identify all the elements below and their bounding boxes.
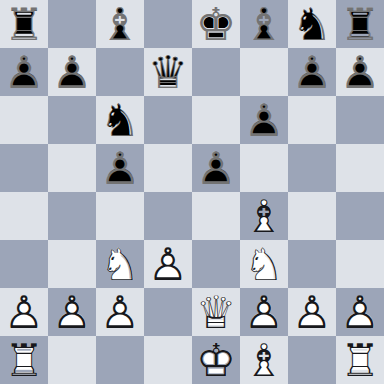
square-e1[interactable]: ♚♔: [192, 336, 240, 384]
square-e7[interactable]: [192, 48, 240, 96]
square-b6[interactable]: [48, 96, 96, 144]
piece-fill-glyph: ♟: [144, 240, 192, 288]
piece-fill-glyph: ♜: [336, 336, 384, 384]
piece-outline-glyph: ♙: [96, 288, 144, 336]
piece-outline-glyph: ♙: [192, 144, 240, 192]
white-queen[interactable]: ♛♕: [192, 288, 240, 336]
square-d5[interactable]: [144, 144, 192, 192]
piece-fill-glyph: ♜: [0, 0, 48, 48]
square-h3[interactable]: [336, 240, 384, 288]
white-rook[interactable]: ♜♖: [336, 336, 384, 384]
square-e6[interactable]: [192, 96, 240, 144]
square-a2[interactable]: ♟♙: [0, 288, 48, 336]
black-pawn[interactable]: ♟♙: [336, 48, 384, 96]
black-queen[interactable]: ♛♕: [144, 48, 192, 96]
square-c7[interactable]: [96, 48, 144, 96]
piece-fill-glyph: ♟: [240, 288, 288, 336]
square-h2[interactable]: ♟♙: [336, 288, 384, 336]
piece-outline-glyph: ♙: [288, 288, 336, 336]
piece-outline-glyph: ♔: [192, 0, 240, 48]
square-d2[interactable]: [144, 288, 192, 336]
square-g3[interactable]: [288, 240, 336, 288]
square-b7[interactable]: ♟♙: [48, 48, 96, 96]
black-bishop[interactable]: ♝♗: [240, 0, 288, 48]
piece-outline-glyph: ♘: [240, 240, 288, 288]
chess-board[interactable]: ♜♖♝♗♚♔♝♗♞♘♜♖♟♙♟♙♛♕♟♙♟♙♞♘♟♙♟♙♟♙♝♗♞♘♟♙♞♘♟♙…: [0, 0, 384, 384]
white-pawn[interactable]: ♟♙: [336, 288, 384, 336]
piece-outline-glyph: ♔: [192, 336, 240, 384]
white-pawn[interactable]: ♟♙: [96, 288, 144, 336]
black-pawn[interactable]: ♟♙: [48, 48, 96, 96]
square-a1[interactable]: ♜♖: [0, 336, 48, 384]
piece-outline-glyph: ♖: [336, 0, 384, 48]
white-bishop[interactable]: ♝♗: [240, 336, 288, 384]
square-g4[interactable]: [288, 192, 336, 240]
piece-fill-glyph: ♟: [288, 288, 336, 336]
square-c8[interactable]: ♝♗: [96, 0, 144, 48]
black-rook[interactable]: ♜♖: [336, 0, 384, 48]
piece-fill-glyph: ♞: [96, 96, 144, 144]
white-king[interactable]: ♚♔: [192, 336, 240, 384]
square-g7[interactable]: ♟♙: [288, 48, 336, 96]
square-h1[interactable]: ♜♖: [336, 336, 384, 384]
square-b4[interactable]: [48, 192, 96, 240]
piece-outline-glyph: ♘: [96, 240, 144, 288]
piece-fill-glyph: ♛: [144, 48, 192, 96]
piece-fill-glyph: ♟: [96, 288, 144, 336]
square-d6[interactable]: [144, 96, 192, 144]
piece-outline-glyph: ♙: [0, 48, 48, 96]
white-pawn[interactable]: ♟♙: [144, 240, 192, 288]
piece-fill-glyph: ♛: [192, 288, 240, 336]
square-c1[interactable]: [96, 336, 144, 384]
square-c4[interactable]: [96, 192, 144, 240]
piece-fill-glyph: ♝: [240, 336, 288, 384]
square-d4[interactable]: [144, 192, 192, 240]
square-a5[interactable]: [0, 144, 48, 192]
piece-fill-glyph: ♟: [240, 96, 288, 144]
white-rook[interactable]: ♜♖: [0, 336, 48, 384]
square-c3[interactable]: ♞♘: [96, 240, 144, 288]
square-d3[interactable]: ♟♙: [144, 240, 192, 288]
square-h4[interactable]: [336, 192, 384, 240]
piece-fill-glyph: ♜: [336, 0, 384, 48]
square-d8[interactable]: [144, 0, 192, 48]
piece-outline-glyph: ♗: [240, 0, 288, 48]
piece-fill-glyph: ♟: [96, 144, 144, 192]
piece-outline-glyph: ♗: [240, 336, 288, 384]
black-pawn[interactable]: ♟♙: [192, 144, 240, 192]
square-d1[interactable]: [144, 336, 192, 384]
black-knight[interactable]: ♞♘: [288, 0, 336, 48]
piece-outline-glyph: ♙: [288, 48, 336, 96]
piece-fill-glyph: ♚: [192, 0, 240, 48]
piece-outline-glyph: ♙: [240, 288, 288, 336]
square-b1[interactable]: [48, 336, 96, 384]
square-a4[interactable]: [0, 192, 48, 240]
square-f6[interactable]: ♟♙: [240, 96, 288, 144]
white-pawn[interactable]: ♟♙: [48, 288, 96, 336]
black-pawn[interactable]: ♟♙: [96, 144, 144, 192]
piece-fill-glyph: ♞: [240, 240, 288, 288]
square-h6[interactable]: [336, 96, 384, 144]
black-pawn[interactable]: ♟♙: [240, 96, 288, 144]
square-h8[interactable]: ♜♖: [336, 0, 384, 48]
square-a7[interactable]: ♟♙: [0, 48, 48, 96]
square-b8[interactable]: [48, 0, 96, 48]
square-f8[interactable]: ♝♗: [240, 0, 288, 48]
piece-outline-glyph: ♙: [240, 96, 288, 144]
square-e3[interactable]: [192, 240, 240, 288]
piece-fill-glyph: ♟: [336, 48, 384, 96]
black-knight[interactable]: ♞♘: [96, 96, 144, 144]
square-a6[interactable]: [0, 96, 48, 144]
square-b2[interactable]: ♟♙: [48, 288, 96, 336]
square-f5[interactable]: [240, 144, 288, 192]
square-e4[interactable]: [192, 192, 240, 240]
piece-outline-glyph: ♘: [96, 96, 144, 144]
piece-fill-glyph: ♟: [0, 288, 48, 336]
black-king[interactable]: ♚♔: [192, 0, 240, 48]
piece-outline-glyph: ♕: [144, 48, 192, 96]
piece-outline-glyph: ♙: [0, 288, 48, 336]
square-e8[interactable]: ♚♔: [192, 0, 240, 48]
square-e5[interactable]: ♟♙: [192, 144, 240, 192]
piece-fill-glyph: ♝: [96, 0, 144, 48]
piece-fill-glyph: ♟: [48, 48, 96, 96]
piece-outline-glyph: ♗: [96, 0, 144, 48]
square-g5[interactable]: [288, 144, 336, 192]
square-g6[interactable]: [288, 96, 336, 144]
piece-outline-glyph: ♗: [240, 192, 288, 240]
black-pawn[interactable]: ♟♙: [288, 48, 336, 96]
piece-outline-glyph: ♙: [336, 288, 384, 336]
square-g2[interactable]: ♟♙: [288, 288, 336, 336]
piece-outline-glyph: ♕: [192, 288, 240, 336]
piece-fill-glyph: ♚: [192, 336, 240, 384]
square-h7[interactable]: ♟♙: [336, 48, 384, 96]
square-f3[interactable]: ♞♘: [240, 240, 288, 288]
piece-outline-glyph: ♙: [48, 288, 96, 336]
piece-outline-glyph: ♖: [0, 336, 48, 384]
square-f1[interactable]: ♝♗: [240, 336, 288, 384]
piece-fill-glyph: ♟: [288, 48, 336, 96]
square-f4[interactable]: ♝♗: [240, 192, 288, 240]
white-knight[interactable]: ♞♘: [240, 240, 288, 288]
square-g1[interactable]: [288, 336, 336, 384]
piece-fill-glyph: ♝: [240, 192, 288, 240]
piece-fill-glyph: ♟: [336, 288, 384, 336]
square-h5[interactable]: [336, 144, 384, 192]
square-b3[interactable]: [48, 240, 96, 288]
square-c5[interactable]: ♟♙: [96, 144, 144, 192]
square-e2[interactable]: ♛♕: [192, 288, 240, 336]
square-b5[interactable]: [48, 144, 96, 192]
white-knight[interactable]: ♞♘: [96, 240, 144, 288]
square-d7[interactable]: ♛♕: [144, 48, 192, 96]
square-c2[interactable]: ♟♙: [96, 288, 144, 336]
piece-fill-glyph: ♞: [288, 0, 336, 48]
black-rook[interactable]: ♜♖: [0, 0, 48, 48]
piece-outline-glyph: ♖: [0, 0, 48, 48]
piece-fill-glyph: ♟: [0, 48, 48, 96]
piece-outline-glyph: ♖: [336, 336, 384, 384]
piece-outline-glyph: ♙: [336, 48, 384, 96]
piece-fill-glyph: ♜: [0, 336, 48, 384]
square-f2[interactable]: ♟♙: [240, 288, 288, 336]
white-bishop[interactable]: ♝♗: [240, 192, 288, 240]
piece-outline-glyph: ♙: [48, 48, 96, 96]
piece-outline-glyph: ♙: [96, 144, 144, 192]
piece-fill-glyph: ♟: [48, 288, 96, 336]
black-pawn[interactable]: ♟♙: [0, 48, 48, 96]
square-a3[interactable]: [0, 240, 48, 288]
piece-outline-glyph: ♙: [144, 240, 192, 288]
square-g8[interactable]: ♞♘: [288, 0, 336, 48]
square-a8[interactable]: ♜♖: [0, 0, 48, 48]
square-f7[interactable]: [240, 48, 288, 96]
white-pawn[interactable]: ♟♙: [0, 288, 48, 336]
square-c6[interactable]: ♞♘: [96, 96, 144, 144]
piece-fill-glyph: ♟: [192, 144, 240, 192]
white-pawn[interactable]: ♟♙: [288, 288, 336, 336]
piece-outline-glyph: ♘: [288, 0, 336, 48]
piece-fill-glyph: ♞: [96, 240, 144, 288]
white-pawn[interactable]: ♟♙: [240, 288, 288, 336]
piece-fill-glyph: ♝: [240, 0, 288, 48]
black-bishop[interactable]: ♝♗: [96, 0, 144, 48]
